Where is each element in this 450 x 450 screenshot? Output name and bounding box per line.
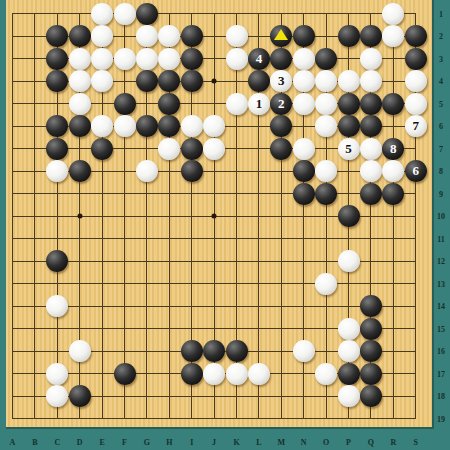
- black-stone: [293, 160, 315, 182]
- black-stone: [181, 138, 203, 160]
- white-stone: [293, 138, 315, 160]
- row-label: 9: [439, 189, 443, 198]
- row-label: 7: [439, 144, 443, 153]
- white-stone: [226, 25, 248, 47]
- black-stone: [405, 25, 427, 47]
- star-point: [77, 214, 82, 219]
- black-stone: [91, 138, 113, 160]
- white-stone: 5: [338, 138, 360, 160]
- triangle-marker-icon: [274, 29, 288, 40]
- white-stone: [46, 385, 68, 407]
- row-label: 6: [439, 122, 443, 131]
- white-stone: [293, 93, 315, 115]
- column-label: Q: [368, 438, 374, 447]
- go-game-screenshot: 43127586ABCDEFGHIJKLMNOPQRS1234567891011…: [0, 0, 450, 450]
- white-stone: [405, 70, 427, 92]
- black-stone: [46, 25, 68, 47]
- white-stone: [338, 385, 360, 407]
- row-label: 8: [439, 167, 443, 176]
- white-stone: [203, 115, 225, 137]
- row-label: 19: [437, 414, 445, 423]
- column-label: C: [54, 438, 60, 447]
- column-label: H: [166, 438, 172, 447]
- black-stone: [114, 93, 136, 115]
- white-stone: [315, 93, 337, 115]
- column-label: J: [212, 438, 216, 447]
- white-stone: [248, 363, 270, 385]
- white-stone: 3: [270, 70, 292, 92]
- row-label: 11: [437, 234, 445, 243]
- black-stone: [360, 295, 382, 317]
- white-stone: [91, 48, 113, 70]
- black-stone: [248, 70, 270, 92]
- white-stone: [114, 3, 136, 25]
- white-stone: [136, 160, 158, 182]
- grid-line-vertical: [124, 13, 125, 419]
- row-label: 16: [437, 347, 445, 356]
- grid-line-vertical: [12, 13, 13, 419]
- black-stone: [46, 138, 68, 160]
- white-stone: [360, 160, 382, 182]
- white-stone: [360, 48, 382, 70]
- white-stone: [69, 93, 91, 115]
- white-stone: [226, 93, 248, 115]
- black-stone: [338, 93, 360, 115]
- black-stone: [226, 340, 248, 362]
- grid-line-vertical: [393, 13, 394, 419]
- move-number-label: 8: [390, 138, 397, 160]
- black-stone: [270, 138, 292, 160]
- black-stone: [293, 25, 315, 47]
- black-stone: [382, 183, 404, 205]
- white-stone: [405, 93, 427, 115]
- column-label: L: [256, 438, 261, 447]
- black-stone: [315, 48, 337, 70]
- black-stone: [338, 115, 360, 137]
- white-stone: 1: [248, 93, 270, 115]
- move-number-label: 1: [256, 93, 263, 115]
- black-stone: [405, 48, 427, 70]
- row-label: 14: [437, 302, 445, 311]
- star-point: [212, 214, 217, 219]
- black-stone: [181, 340, 203, 362]
- white-stone: [315, 115, 337, 137]
- column-label: A: [10, 438, 16, 447]
- white-stone: [69, 340, 91, 362]
- white-stone: [360, 138, 382, 160]
- row-label: 13: [437, 279, 445, 288]
- black-stone: [114, 363, 136, 385]
- column-label: I: [190, 438, 193, 447]
- black-stone: [69, 25, 91, 47]
- black-stone: [315, 183, 337, 205]
- column-label: R: [390, 438, 396, 447]
- column-label: O: [323, 438, 329, 447]
- column-label: B: [32, 438, 37, 447]
- star-point: [212, 79, 217, 84]
- white-stone: [69, 48, 91, 70]
- column-label: F: [122, 438, 127, 447]
- black-stone: 4: [248, 48, 270, 70]
- move-number-label: 7: [412, 115, 419, 137]
- black-stone: [382, 93, 404, 115]
- white-stone: [91, 25, 113, 47]
- white-stone: [46, 363, 68, 385]
- black-stone: [360, 93, 382, 115]
- row-label: 12: [437, 257, 445, 266]
- white-stone: [91, 115, 113, 137]
- black-stone: 2: [270, 93, 292, 115]
- black-stone: [360, 183, 382, 205]
- move-number-label: 5: [345, 138, 352, 160]
- white-stone: [338, 70, 360, 92]
- white-stone: [91, 70, 113, 92]
- column-label: N: [301, 438, 307, 447]
- white-stone: [158, 138, 180, 160]
- move-number-label: 3: [278, 70, 285, 92]
- white-stone: [293, 48, 315, 70]
- black-stone: [293, 183, 315, 205]
- black-stone: [136, 115, 158, 137]
- white-stone: [203, 363, 225, 385]
- column-label: G: [144, 438, 150, 447]
- white-stone: [338, 340, 360, 362]
- black-stone: 6: [405, 160, 427, 182]
- white-stone: [158, 48, 180, 70]
- column-label: D: [77, 438, 83, 447]
- black-stone: [158, 70, 180, 92]
- black-stone: [338, 25, 360, 47]
- black-stone: [46, 250, 68, 272]
- black-stone: [181, 70, 203, 92]
- white-stone: [293, 70, 315, 92]
- row-label: 17: [437, 369, 445, 378]
- white-stone: [226, 363, 248, 385]
- white-stone: [114, 115, 136, 137]
- row-label: 3: [439, 54, 443, 63]
- black-stone: [270, 48, 292, 70]
- black-stone: [69, 160, 91, 182]
- white-stone: [382, 160, 404, 182]
- black-stone: [181, 25, 203, 47]
- black-stone: [338, 205, 360, 227]
- white-stone: [203, 138, 225, 160]
- move-number-label: 6: [412, 160, 419, 182]
- black-stone: 8: [382, 138, 404, 160]
- white-stone: 7: [405, 115, 427, 137]
- black-stone: [360, 318, 382, 340]
- column-label: M: [278, 438, 286, 447]
- black-stone: [270, 25, 292, 47]
- row-label: 5: [439, 99, 443, 108]
- black-stone: [360, 363, 382, 385]
- black-stone: [158, 115, 180, 137]
- white-stone: [158, 25, 180, 47]
- white-stone: [114, 48, 136, 70]
- white-stone: [338, 318, 360, 340]
- white-stone: [46, 295, 68, 317]
- column-label: K: [233, 438, 239, 447]
- black-stone: [181, 363, 203, 385]
- white-stone: [315, 363, 337, 385]
- black-stone: [69, 115, 91, 137]
- black-stone: [158, 93, 180, 115]
- white-stone: [315, 273, 337, 295]
- row-label: 2: [439, 32, 443, 41]
- black-stone: [181, 48, 203, 70]
- black-stone: [136, 3, 158, 25]
- black-stone: [338, 363, 360, 385]
- black-stone: [360, 385, 382, 407]
- white-stone: [382, 25, 404, 47]
- move-number-label: 2: [278, 93, 285, 115]
- white-stone: [226, 48, 248, 70]
- black-stone: [270, 115, 292, 137]
- black-stone: [360, 25, 382, 47]
- white-stone: [181, 115, 203, 137]
- black-stone: [181, 160, 203, 182]
- black-stone: [203, 340, 225, 362]
- white-stone: [315, 70, 337, 92]
- grid-line-vertical: [34, 13, 35, 419]
- black-stone: [46, 70, 68, 92]
- white-stone: [315, 160, 337, 182]
- black-stone: [46, 48, 68, 70]
- column-label: E: [99, 438, 104, 447]
- white-stone: [91, 3, 113, 25]
- row-label: 18: [437, 392, 445, 401]
- column-label: S: [413, 438, 417, 447]
- column-label: P: [346, 438, 351, 447]
- white-stone: [382, 3, 404, 25]
- black-stone: [360, 340, 382, 362]
- white-stone: [136, 25, 158, 47]
- black-stone: [360, 115, 382, 137]
- white-stone: [360, 70, 382, 92]
- black-stone: [136, 70, 158, 92]
- white-stone: [46, 160, 68, 182]
- row-label: 1: [439, 9, 443, 18]
- black-stone: [69, 385, 91, 407]
- white-stone: [69, 70, 91, 92]
- row-label: 10: [437, 212, 445, 221]
- white-stone: [338, 250, 360, 272]
- white-stone: [293, 340, 315, 362]
- row-label: 15: [437, 324, 445, 333]
- move-number-label: 4: [256, 48, 263, 70]
- row-label: 4: [439, 77, 443, 86]
- black-stone: [46, 115, 68, 137]
- white-stone: [136, 48, 158, 70]
